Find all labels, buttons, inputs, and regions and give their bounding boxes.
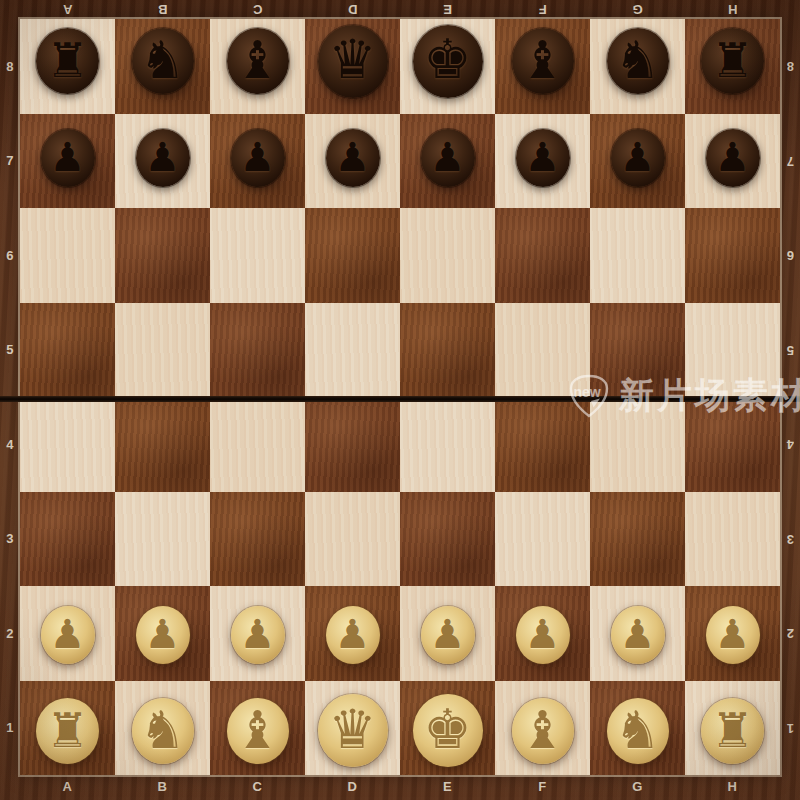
piece-white-pawn: ♟ (231, 606, 285, 664)
black-queen-glyph: ♛ (328, 33, 376, 87)
piece-black-pawn: ♟ (231, 129, 285, 187)
rank-label-left-2: 2 (0, 586, 20, 681)
square-e6 (400, 208, 495, 303)
white-rook-glyph: ♜ (46, 706, 89, 754)
white-pawn-glyph: ♟ (715, 614, 751, 654)
piece-white-pawn: ♟ (516, 606, 570, 664)
square-b4 (115, 397, 210, 492)
square-f2: ♟ (495, 586, 590, 681)
piece-white-pawn: ♟ (136, 606, 190, 664)
square-e3 (400, 492, 495, 587)
file-label-top-b: B (115, 0, 210, 19)
square-g2: ♟ (590, 586, 685, 681)
piece-black-pawn: ♟ (136, 129, 190, 187)
white-pawn-glyph: ♟ (240, 614, 276, 654)
white-queen-glyph: ♛ (328, 703, 376, 757)
square-a4 (20, 397, 115, 492)
square-c1: ♝ (210, 681, 305, 776)
file-label-top-f: F (495, 0, 590, 19)
file-label-top-h: H (685, 0, 780, 19)
square-b3 (115, 492, 210, 587)
file-label-bottom-f: F (495, 775, 590, 798)
piece-white-bishop: ♝ (512, 698, 574, 764)
rank-label-right-3: 3 (780, 492, 800, 587)
rank-label-right-1: 1 (780, 681, 800, 776)
rank-label-right-6: 6 (780, 208, 800, 303)
rank-label-left-8: 8 (0, 19, 20, 114)
piece-black-pawn: ♟ (326, 129, 380, 187)
square-a2: ♟ (20, 586, 115, 681)
white-pawn-glyph: ♟ (620, 614, 656, 654)
square-e5 (400, 303, 495, 398)
square-h7: ♟ (685, 114, 780, 209)
square-e7: ♟ (400, 114, 495, 209)
square-c4 (210, 397, 305, 492)
square-a5 (20, 303, 115, 398)
square-f6 (495, 208, 590, 303)
chessboard-overhead-photo: ♜♞♝♛♚♝♞♜♟♟♟♟♟♟♟♟♟♟♟♟♟♟♟♟♜♞♝♛♚♝♞♜ ABCDEFG… (0, 0, 800, 800)
rank-label-left-6: 6 (0, 208, 20, 303)
file-label-top-a: A (20, 0, 115, 19)
black-pawn-glyph: ♟ (50, 137, 86, 177)
piece-black-rook: ♜ (701, 28, 764, 94)
white-bishop-glyph: ♝ (234, 704, 281, 756)
white-bishop-glyph: ♝ (519, 704, 566, 756)
white-pawn-glyph: ♟ (145, 614, 181, 654)
black-rook-glyph: ♜ (711, 36, 754, 84)
black-pawn-glyph: ♟ (145, 137, 181, 177)
file-label-bottom-b: B (115, 775, 210, 798)
square-c3 (210, 492, 305, 587)
black-pawn-glyph: ♟ (240, 137, 276, 177)
black-pawn-glyph: ♟ (525, 137, 561, 177)
black-pawn-glyph: ♟ (335, 137, 371, 177)
square-a7: ♟ (20, 114, 115, 209)
white-pawn-glyph: ♟ (430, 614, 466, 654)
rank-label-left-7: 7 (0, 114, 20, 209)
newpian-pick-logo-icon: new (566, 373, 612, 419)
square-g6 (590, 208, 685, 303)
square-a6 (20, 208, 115, 303)
piece-white-pawn: ♟ (421, 606, 475, 664)
white-pawn-glyph: ♟ (335, 614, 371, 654)
rank-label-left-5: 5 (0, 303, 20, 398)
rank-label-left-4: 4 (0, 397, 20, 492)
square-g8: ♞ (590, 19, 685, 114)
piece-white-pawn: ♟ (706, 606, 760, 664)
black-pawn-glyph: ♟ (430, 137, 466, 177)
piece-black-bishop: ♝ (227, 28, 289, 94)
white-king-glyph: ♚ (423, 703, 471, 757)
white-pawn-glyph: ♟ (50, 614, 86, 654)
piece-white-rook: ♜ (36, 698, 99, 764)
file-label-bottom-g: G (590, 775, 685, 798)
black-king-glyph: ♚ (423, 33, 471, 87)
file-label-top-e: E (400, 0, 495, 19)
piece-white-pawn: ♟ (611, 606, 665, 664)
piece-black-bishop: ♝ (512, 28, 574, 94)
file-labels-top: ABCDEFGH (20, 0, 780, 19)
file-label-bottom-a: A (20, 775, 115, 798)
file-label-top-g: G (590, 0, 685, 19)
square-e2: ♟ (400, 586, 495, 681)
square-c7: ♟ (210, 114, 305, 209)
square-a8: ♜ (20, 19, 115, 114)
black-pawn-glyph: ♟ (715, 137, 751, 177)
square-h6 (685, 208, 780, 303)
file-label-bottom-h: H (685, 775, 780, 798)
piece-black-pawn: ♟ (516, 129, 570, 187)
piece-white-pawn: ♟ (326, 606, 380, 664)
square-c5 (210, 303, 305, 398)
black-knight-glyph: ♞ (139, 34, 186, 86)
square-g1: ♞ (590, 681, 685, 776)
rank-label-left-3: 3 (0, 492, 20, 587)
square-e8: ♚ (400, 19, 495, 114)
square-h1: ♜ (685, 681, 780, 776)
square-h8: ♜ (685, 19, 780, 114)
rank-label-right-7: 7 (780, 114, 800, 209)
piece-black-knight: ♞ (607, 28, 669, 94)
piece-black-pawn: ♟ (421, 129, 475, 187)
black-rook-glyph: ♜ (46, 36, 89, 84)
piece-black-rook: ♜ (36, 28, 99, 94)
square-a1: ♜ (20, 681, 115, 776)
square-e1: ♚ (400, 681, 495, 776)
square-g7: ♟ (590, 114, 685, 209)
piece-white-knight: ♞ (607, 698, 669, 764)
square-c2: ♟ (210, 586, 305, 681)
square-d6 (305, 208, 400, 303)
white-rook-glyph: ♜ (711, 706, 754, 754)
watermark-text: 新片场素材 (619, 372, 800, 419)
piece-white-bishop: ♝ (227, 698, 289, 764)
black-knight-glyph: ♞ (614, 34, 661, 86)
watermark-logo-text: new (573, 384, 600, 400)
square-b6 (115, 208, 210, 303)
square-d2: ♟ (305, 586, 400, 681)
rank-label-right-2: 2 (780, 586, 800, 681)
piece-black-pawn: ♟ (41, 129, 95, 187)
white-knight-glyph: ♞ (139, 704, 186, 756)
rank-label-left-1: 1 (0, 681, 20, 776)
piece-black-pawn: ♟ (706, 129, 760, 187)
square-b7: ♟ (115, 114, 210, 209)
file-label-top-d: D (305, 0, 400, 19)
file-labels-bottom: ABCDEFGH (20, 775, 780, 798)
square-b2: ♟ (115, 586, 210, 681)
white-knight-glyph: ♞ (614, 704, 661, 756)
white-pawn-glyph: ♟ (525, 614, 561, 654)
black-bishop-glyph: ♝ (234, 34, 281, 86)
piece-white-pawn: ♟ (41, 606, 95, 664)
file-label-top-c: C (210, 0, 305, 19)
piece-black-knight: ♞ (132, 28, 194, 94)
stock-watermark: new 新片场素材 (566, 372, 800, 419)
square-d7: ♟ (305, 114, 400, 209)
square-d4 (305, 397, 400, 492)
black-pawn-glyph: ♟ (620, 137, 656, 177)
square-d3 (305, 492, 400, 587)
square-a3 (20, 492, 115, 587)
square-f1: ♝ (495, 681, 590, 776)
piece-white-rook: ♜ (701, 698, 764, 764)
square-f3 (495, 492, 590, 587)
black-bishop-glyph: ♝ (519, 34, 566, 86)
square-d1: ♛ (305, 681, 400, 776)
rank-label-right-8: 8 (780, 19, 800, 114)
square-e4 (400, 397, 495, 492)
square-h3 (685, 492, 780, 587)
square-g3 (590, 492, 685, 587)
square-d5 (305, 303, 400, 398)
piece-white-knight: ♞ (132, 698, 194, 764)
piece-white-queen: ♛ (318, 694, 388, 767)
square-b8: ♞ (115, 19, 210, 114)
square-d8: ♛ (305, 19, 400, 114)
piece-white-king: ♚ (413, 694, 483, 767)
square-h2: ♟ (685, 586, 780, 681)
square-b5 (115, 303, 210, 398)
square-f8: ♝ (495, 19, 590, 114)
square-f7: ♟ (495, 114, 590, 209)
square-c6 (210, 208, 305, 303)
file-label-bottom-d: D (305, 775, 400, 798)
piece-black-king: ♚ (413, 25, 483, 98)
square-c8: ♝ (210, 19, 305, 114)
file-label-bottom-e: E (400, 775, 495, 798)
file-label-bottom-c: C (210, 775, 305, 798)
piece-black-queen: ♛ (318, 25, 388, 98)
square-b1: ♞ (115, 681, 210, 776)
piece-black-pawn: ♟ (611, 129, 665, 187)
